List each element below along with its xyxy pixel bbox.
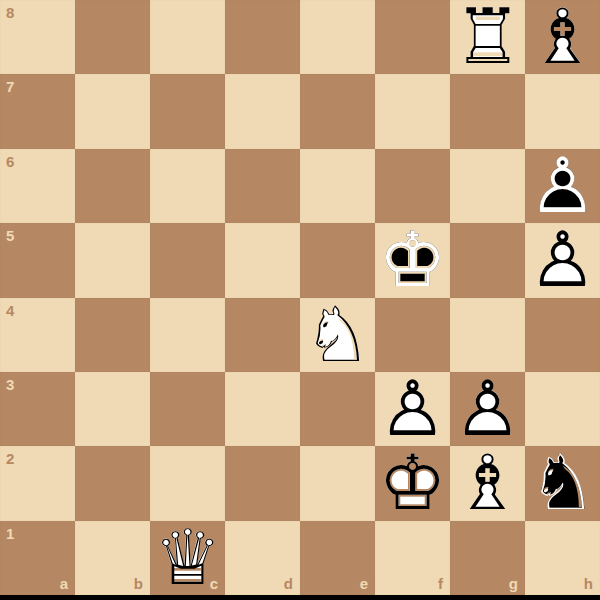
white-pawn-glyph-outline: ♙ — [525, 223, 600, 297]
square-g1[interactable]: g — [450, 521, 525, 595]
piece-white-pawn[interactable]: ♟♙ — [525, 223, 600, 297]
square-d7[interactable] — [225, 74, 300, 148]
white-bishop-glyph-outline: ♗ — [525, 0, 600, 74]
white-queen-glyph-outline: ♕ — [150, 521, 225, 595]
chessboard-screen: 8♜♖♝♗76♟♙5♚♔♟♙4♞♘3♟♙♟♙2♚♔♝♗♞♘1abc♛♕defgh — [0, 0, 600, 600]
rank-label-5: 5 — [6, 228, 14, 243]
square-b3[interactable] — [75, 372, 150, 446]
white-bishop-glyph-outline: ♗ — [450, 446, 525, 520]
square-a4[interactable]: 4 — [0, 298, 75, 372]
white-pawn-glyph-outline: ♙ — [450, 372, 525, 446]
file-label-g: g — [509, 576, 518, 591]
board-bottom-border — [0, 595, 600, 600]
square-b5[interactable] — [75, 223, 150, 297]
rank-label-2: 2 — [6, 451, 14, 466]
square-h7[interactable] — [525, 74, 600, 148]
rank-label-6: 6 — [6, 154, 14, 169]
square-e1[interactable]: e — [300, 521, 375, 595]
square-c2[interactable] — [150, 446, 225, 520]
white-pawn-glyph-outline: ♙ — [375, 372, 450, 446]
square-g2[interactable]: ♝♗ — [450, 446, 525, 520]
square-f8[interactable] — [375, 0, 450, 74]
rank-label-3: 3 — [6, 377, 14, 392]
square-h3[interactable] — [525, 372, 600, 446]
file-label-b: b — [134, 576, 143, 591]
square-h4[interactable] — [525, 298, 600, 372]
square-e4[interactable]: ♞♘ — [300, 298, 375, 372]
piece-white-pawn[interactable]: ♟♙ — [375, 372, 450, 446]
file-label-f: f — [438, 576, 443, 591]
black-king-glyph-outline: ♔ — [375, 223, 450, 297]
square-g4[interactable] — [450, 298, 525, 372]
square-e8[interactable] — [300, 0, 375, 74]
square-b4[interactable] — [75, 298, 150, 372]
square-b2[interactable] — [75, 446, 150, 520]
square-e5[interactable] — [300, 223, 375, 297]
square-a7[interactable]: 7 — [0, 74, 75, 148]
square-c7[interactable] — [150, 74, 225, 148]
square-f3[interactable]: ♟♙ — [375, 372, 450, 446]
piece-white-knight[interactable]: ♞♘ — [300, 298, 375, 372]
piece-white-bishop[interactable]: ♝♗ — [450, 446, 525, 520]
white-knight-glyph-outline: ♘ — [300, 298, 375, 372]
piece-white-king[interactable]: ♚♔ — [375, 446, 450, 520]
square-a6[interactable]: 6 — [0, 149, 75, 223]
piece-white-queen[interactable]: ♛♕ — [150, 521, 225, 595]
square-f1[interactable]: f — [375, 521, 450, 595]
square-e3[interactable] — [300, 372, 375, 446]
square-d3[interactable] — [225, 372, 300, 446]
black-knight-glyph-outline: ♘ — [525, 446, 600, 520]
square-d5[interactable] — [225, 223, 300, 297]
square-a3[interactable]: 3 — [0, 372, 75, 446]
piece-white-rook[interactable]: ♜♖ — [450, 0, 525, 74]
square-e6[interactable] — [300, 149, 375, 223]
square-a8[interactable]: 8 — [0, 0, 75, 74]
square-b1[interactable]: b — [75, 521, 150, 595]
square-c3[interactable] — [150, 372, 225, 446]
rank-label-7: 7 — [6, 79, 14, 94]
square-a1[interactable]: 1a — [0, 521, 75, 595]
square-d4[interactable] — [225, 298, 300, 372]
square-g7[interactable] — [450, 74, 525, 148]
square-h2[interactable]: ♞♘ — [525, 446, 600, 520]
square-h1[interactable]: h — [525, 521, 600, 595]
white-rook-glyph-outline: ♖ — [450, 0, 525, 74]
square-f2[interactable]: ♚♔ — [375, 446, 450, 520]
file-label-h: h — [584, 576, 593, 591]
square-b7[interactable] — [75, 74, 150, 148]
square-g6[interactable] — [450, 149, 525, 223]
square-d1[interactable]: d — [225, 521, 300, 595]
square-f5[interactable]: ♚♔ — [375, 223, 450, 297]
chess-board-grid: 8♜♖♝♗76♟♙5♚♔♟♙4♞♘3♟♙♟♙2♚♔♝♗♞♘1abc♛♕defgh — [0, 0, 600, 595]
square-h8[interactable]: ♝♗ — [525, 0, 600, 74]
rank-label-8: 8 — [6, 5, 14, 20]
square-f6[interactable] — [375, 149, 450, 223]
piece-black-knight[interactable]: ♞♘ — [525, 446, 600, 520]
piece-black-pawn[interactable]: ♟♙ — [525, 149, 600, 223]
square-d8[interactable] — [225, 0, 300, 74]
square-g8[interactable]: ♜♖ — [450, 0, 525, 74]
square-e7[interactable] — [300, 74, 375, 148]
square-b8[interactable] — [75, 0, 150, 74]
square-b6[interactable] — [75, 149, 150, 223]
piece-white-pawn[interactable]: ♟♙ — [450, 372, 525, 446]
square-c8[interactable] — [150, 0, 225, 74]
square-d2[interactable] — [225, 446, 300, 520]
black-pawn-glyph-outline: ♙ — [525, 149, 600, 223]
piece-white-bishop[interactable]: ♝♗ — [525, 0, 600, 74]
square-c1[interactable]: c♛♕ — [150, 521, 225, 595]
rank-label-1: 1 — [6, 526, 14, 541]
file-label-d: d — [284, 576, 293, 591]
square-a2[interactable]: 2 — [0, 446, 75, 520]
square-d6[interactable] — [225, 149, 300, 223]
square-h5[interactable]: ♟♙ — [525, 223, 600, 297]
square-h6[interactable]: ♟♙ — [525, 149, 600, 223]
square-a5[interactable]: 5 — [0, 223, 75, 297]
square-g5[interactable] — [450, 223, 525, 297]
rank-label-4: 4 — [6, 303, 14, 318]
square-e2[interactable] — [300, 446, 375, 520]
file-label-e: e — [360, 576, 368, 591]
square-f4[interactable] — [375, 298, 450, 372]
square-g3[interactable]: ♟♙ — [450, 372, 525, 446]
square-c4[interactable] — [150, 298, 225, 372]
piece-black-king[interactable]: ♚♔ — [375, 223, 450, 297]
square-c5[interactable] — [150, 223, 225, 297]
square-c6[interactable] — [150, 149, 225, 223]
square-f7[interactable] — [375, 74, 450, 148]
white-king-glyph-outline: ♔ — [375, 446, 450, 520]
file-label-a: a — [60, 576, 68, 591]
